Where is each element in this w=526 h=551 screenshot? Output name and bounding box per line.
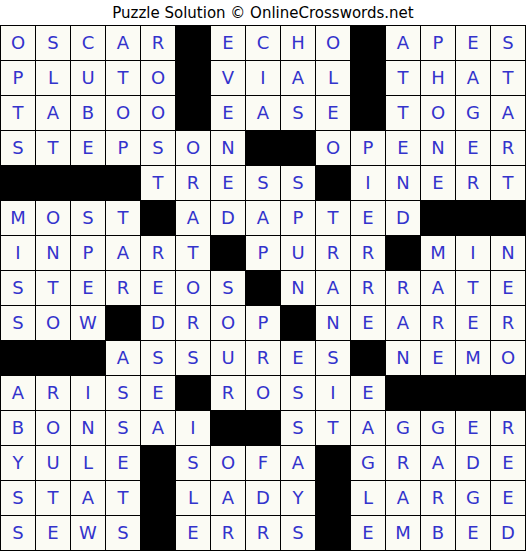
cell-r13c9: A xyxy=(281,446,315,480)
cell-r8c5: E xyxy=(141,271,175,305)
cell-r6c2: O xyxy=(36,201,70,235)
block-r8c8 xyxy=(246,271,280,305)
crossword-board: OSCARECHOAPESPLUTOVIALTHATTABOOEASETOGAS… xyxy=(0,25,526,551)
cell-r8c12: R xyxy=(386,271,420,305)
cell-r6c8: A xyxy=(246,201,280,235)
block-r6c15 xyxy=(491,201,525,235)
cell-r2c9: A xyxy=(281,61,315,95)
cell-r13c3: L xyxy=(71,446,105,480)
cell-r3c9: S xyxy=(281,96,315,130)
cell-r12c5: A xyxy=(141,411,175,445)
cell-r4c5: S xyxy=(141,131,175,165)
block-r2c6 xyxy=(176,61,210,95)
cell-r12c1: B xyxy=(1,411,35,445)
cell-r10c9: E xyxy=(281,341,315,375)
block-r10c3 xyxy=(71,341,105,375)
cell-r12c2: O xyxy=(36,411,70,445)
cell-r7c13: M xyxy=(421,236,455,270)
block-r11c13 xyxy=(421,376,455,410)
cell-r1c2: S xyxy=(36,26,70,60)
cell-r2c5: O xyxy=(141,61,175,95)
cell-r15c15: D xyxy=(491,516,525,550)
cell-r4c15: R xyxy=(491,131,525,165)
cell-r10c8: R xyxy=(246,341,280,375)
cell-r11c10: I xyxy=(316,376,350,410)
cell-r4c6: O xyxy=(176,131,210,165)
cell-r4c1: S xyxy=(1,131,35,165)
cell-r9c8: P xyxy=(246,306,280,340)
cell-r6c9: P xyxy=(281,201,315,235)
cell-r2c3: U xyxy=(71,61,105,95)
cell-r7c6: T xyxy=(176,236,210,270)
block-r1c11 xyxy=(351,26,385,60)
cell-r7c4: A xyxy=(106,236,140,270)
cell-r7c3: P xyxy=(71,236,105,270)
cell-r13c15: E xyxy=(491,446,525,480)
cell-r3c4: O xyxy=(106,96,140,130)
cell-r7c14: I xyxy=(456,236,490,270)
cell-r8c3: E xyxy=(71,271,105,305)
cell-r6c1: M xyxy=(1,201,35,235)
cell-r10c15: O xyxy=(491,341,525,375)
cell-r3c12: T xyxy=(386,96,420,130)
cell-r11c4: S xyxy=(106,376,140,410)
cell-r10c12: N xyxy=(386,341,420,375)
cell-r8c7: S xyxy=(211,271,245,305)
cell-r15c4: S xyxy=(106,516,140,550)
cell-r9c3: W xyxy=(71,306,105,340)
block-r14c5 xyxy=(141,481,175,515)
cell-r8c4: R xyxy=(106,271,140,305)
block-r9c9 xyxy=(281,306,315,340)
block-r5c2 xyxy=(36,166,70,200)
cell-r14c1: S xyxy=(1,481,35,515)
cell-r12c6: I xyxy=(176,411,210,445)
cell-r12c11: A xyxy=(351,411,385,445)
cell-r13c6: S xyxy=(176,446,210,480)
block-r6c14 xyxy=(456,201,490,235)
cell-r14c9: Y xyxy=(281,481,315,515)
cell-r3c2: A xyxy=(36,96,70,130)
cell-r12c15: R xyxy=(491,411,525,445)
block-r5c10 xyxy=(316,166,350,200)
cell-r1c9: H xyxy=(281,26,315,60)
cell-r15c8: R xyxy=(246,516,280,550)
cell-r8c9: N xyxy=(281,271,315,305)
cell-r13c13: A xyxy=(421,446,455,480)
cell-r9c1: S xyxy=(1,306,35,340)
cell-r6c11: E xyxy=(351,201,385,235)
cell-r2c1: P xyxy=(1,61,35,95)
cell-r4c3: E xyxy=(71,131,105,165)
cell-r12c10: T xyxy=(316,411,350,445)
page-title: Puzzle Solution © OnlineCrosswords.net xyxy=(0,0,526,25)
cell-r4c12: E xyxy=(386,131,420,165)
block-r4c8 xyxy=(246,131,280,165)
cell-r9c2: O xyxy=(36,306,70,340)
cell-r9c12: A xyxy=(386,306,420,340)
cell-r7c2: N xyxy=(36,236,70,270)
cell-r6c6: A xyxy=(176,201,210,235)
cell-r10c4: A xyxy=(106,341,140,375)
cell-r13c8: F xyxy=(246,446,280,480)
block-r10c1 xyxy=(1,341,35,375)
block-r5c3 xyxy=(71,166,105,200)
cell-r1c5: R xyxy=(141,26,175,60)
block-r11c6 xyxy=(176,376,210,410)
cell-r11c3: I xyxy=(71,376,105,410)
cell-r4c11: P xyxy=(351,131,385,165)
block-r6c5 xyxy=(141,201,175,235)
block-r12c8 xyxy=(246,411,280,445)
block-r11c15 xyxy=(491,376,525,410)
cell-r7c1: I xyxy=(1,236,35,270)
cell-r13c12: R xyxy=(386,446,420,480)
cell-r15c3: W xyxy=(71,516,105,550)
cell-r5c7: E xyxy=(211,166,245,200)
cell-r14c15: E xyxy=(491,481,525,515)
cell-r9c6: R xyxy=(176,306,210,340)
block-r4c9 xyxy=(281,131,315,165)
cell-r2c15: T xyxy=(491,61,525,95)
block-r10c11 xyxy=(351,341,385,375)
cell-r1c10: O xyxy=(316,26,350,60)
cell-r5c9: S xyxy=(281,166,315,200)
cell-r12c9: S xyxy=(281,411,315,445)
block-r5c1 xyxy=(1,166,35,200)
block-r13c10 xyxy=(316,446,350,480)
cell-r5c12: N xyxy=(386,166,420,200)
cell-r11c1: A xyxy=(1,376,35,410)
cell-r10c10: S xyxy=(316,341,350,375)
cell-r2c8: I xyxy=(246,61,280,95)
cell-r8c13: A xyxy=(421,271,455,305)
cell-r11c9: S xyxy=(281,376,315,410)
block-r7c7 xyxy=(211,236,245,270)
cell-r10c14: M xyxy=(456,341,490,375)
cell-r2c7: V xyxy=(211,61,245,95)
cell-r15c7: R xyxy=(211,516,245,550)
cell-r5c8: S xyxy=(246,166,280,200)
cell-r10c13: E xyxy=(421,341,455,375)
block-r11c12 xyxy=(386,376,420,410)
cell-r13c2: U xyxy=(36,446,70,480)
cell-r8c15: E xyxy=(491,271,525,305)
cell-r15c9: S xyxy=(281,516,315,550)
cell-r1c1: O xyxy=(1,26,35,60)
cell-r6c4: T xyxy=(106,201,140,235)
cell-r13c7: O xyxy=(211,446,245,480)
block-r13c5 xyxy=(141,446,175,480)
cell-r13c11: G xyxy=(351,446,385,480)
block-r14c10 xyxy=(316,481,350,515)
block-r6c13 xyxy=(421,201,455,235)
cell-r7c9: U xyxy=(281,236,315,270)
cell-r4c10: O xyxy=(316,131,350,165)
cell-r15c12: M xyxy=(386,516,420,550)
cell-r14c3: A xyxy=(71,481,105,515)
cell-r12c4: S xyxy=(106,411,140,445)
cell-r8c1: S xyxy=(1,271,35,305)
cell-r11c2: R xyxy=(36,376,70,410)
cell-r9c7: O xyxy=(211,306,245,340)
block-r5c4 xyxy=(106,166,140,200)
cell-r14c14: G xyxy=(456,481,490,515)
cell-r15c13: B xyxy=(421,516,455,550)
cell-r4c4: P xyxy=(106,131,140,165)
cell-r14c8: D xyxy=(246,481,280,515)
cell-r5c5: T xyxy=(141,166,175,200)
cell-r10c6: S xyxy=(176,341,210,375)
block-r15c5 xyxy=(141,516,175,550)
cell-r6c12: D xyxy=(386,201,420,235)
cell-r3c3: B xyxy=(71,96,105,130)
cell-r1c13: P xyxy=(421,26,455,60)
cell-r14c2: T xyxy=(36,481,70,515)
cell-r7c15: N xyxy=(491,236,525,270)
cell-r5c15: T xyxy=(491,166,525,200)
cell-r12c12: G xyxy=(386,411,420,445)
cell-r8c14: T xyxy=(456,271,490,305)
cell-r14c7: A xyxy=(211,481,245,515)
cell-r9c14: E xyxy=(456,306,490,340)
cell-r4c2: T xyxy=(36,131,70,165)
cell-r3c8: A xyxy=(246,96,280,130)
cell-r2c10: L xyxy=(316,61,350,95)
cell-r9c11: E xyxy=(351,306,385,340)
cell-r14c4: T xyxy=(106,481,140,515)
cell-r6c3: S xyxy=(71,201,105,235)
cell-r14c13: R xyxy=(421,481,455,515)
cell-r7c10: R xyxy=(316,236,350,270)
block-r12c7 xyxy=(211,411,245,445)
cell-r1c4: A xyxy=(106,26,140,60)
cell-r9c13: R xyxy=(421,306,455,340)
cell-r1c3: C xyxy=(71,26,105,60)
cell-r14c11: L xyxy=(351,481,385,515)
cell-r2c13: H xyxy=(421,61,455,95)
cell-r1c14: E xyxy=(456,26,490,60)
cell-r11c7: R xyxy=(211,376,245,410)
cell-r8c10: A xyxy=(316,271,350,305)
cell-r15c11: E xyxy=(351,516,385,550)
cell-r5c14: R xyxy=(456,166,490,200)
cell-r3c10: E xyxy=(316,96,350,130)
cell-r13c4: E xyxy=(106,446,140,480)
cell-r10c5: S xyxy=(141,341,175,375)
cell-r9c15: R xyxy=(491,306,525,340)
cell-r2c4: T xyxy=(106,61,140,95)
cell-r6c10: T xyxy=(316,201,350,235)
block-r1c6 xyxy=(176,26,210,60)
cell-r3c14: G xyxy=(456,96,490,130)
cell-r13c14: D xyxy=(456,446,490,480)
cell-r14c12: A xyxy=(386,481,420,515)
cell-r2c2: L xyxy=(36,61,70,95)
cell-r10c7: U xyxy=(211,341,245,375)
cell-r1c8: C xyxy=(246,26,280,60)
cell-r7c5: R xyxy=(141,236,175,270)
cell-r11c11: E xyxy=(351,376,385,410)
cell-r11c5: E xyxy=(141,376,175,410)
cell-r6c7: D xyxy=(211,201,245,235)
cell-r3c13: O xyxy=(421,96,455,130)
cell-r14c6: L xyxy=(176,481,210,515)
cell-r15c6: E xyxy=(176,516,210,550)
cell-r3c15: A xyxy=(491,96,525,130)
cell-r1c15: S xyxy=(491,26,525,60)
cell-r3c1: T xyxy=(1,96,35,130)
block-r2c11 xyxy=(351,61,385,95)
cell-r5c13: E xyxy=(421,166,455,200)
cell-r2c12: T xyxy=(386,61,420,95)
cell-r15c14: E xyxy=(456,516,490,550)
cell-r8c6: O xyxy=(176,271,210,305)
block-r3c11 xyxy=(351,96,385,130)
cell-r11c8: O xyxy=(246,376,280,410)
cell-r1c12: A xyxy=(386,26,420,60)
cell-r15c1: S xyxy=(1,516,35,550)
cell-r2c14: A xyxy=(456,61,490,95)
cell-r12c14: E xyxy=(456,411,490,445)
block-r7c12 xyxy=(386,236,420,270)
cell-r5c6: R xyxy=(176,166,210,200)
cell-r7c8: P xyxy=(246,236,280,270)
cell-r4c13: N xyxy=(421,131,455,165)
cell-r3c7: E xyxy=(211,96,245,130)
cell-r7c11: R xyxy=(351,236,385,270)
cell-r1c7: E xyxy=(211,26,245,60)
block-r11c14 xyxy=(456,376,490,410)
cell-r12c3: N xyxy=(71,411,105,445)
cell-r4c7: N xyxy=(211,131,245,165)
cell-r8c2: T xyxy=(36,271,70,305)
cell-r9c5: D xyxy=(141,306,175,340)
cell-r8c11: R xyxy=(351,271,385,305)
cell-r12c13: G xyxy=(421,411,455,445)
cell-r5c11: I xyxy=(351,166,385,200)
block-r10c2 xyxy=(36,341,70,375)
block-r15c10 xyxy=(316,516,350,550)
cell-r13c1: Y xyxy=(1,446,35,480)
block-r9c4 xyxy=(106,306,140,340)
cell-r9c10: N xyxy=(316,306,350,340)
cell-r4c14: E xyxy=(456,131,490,165)
block-r3c6 xyxy=(176,96,210,130)
cell-r3c5: O xyxy=(141,96,175,130)
cell-r15c2: E xyxy=(36,516,70,550)
